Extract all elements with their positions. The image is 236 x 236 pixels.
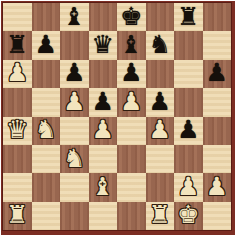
square-d3[interactable]	[89, 145, 118, 173]
square-c4[interactable]	[60, 117, 89, 145]
square-g7[interactable]	[174, 31, 203, 59]
square-f1[interactable]: ♜	[146, 202, 175, 230]
black-pawn: ♟	[35, 32, 57, 57]
square-g4[interactable]: ♟	[174, 117, 203, 145]
square-g1[interactable]: ♚	[174, 202, 203, 230]
square-d7[interactable]: ♛	[89, 31, 118, 59]
square-e7[interactable]: ♝	[117, 31, 146, 59]
square-d5[interactable]: ♟	[89, 88, 118, 116]
white-pawn: ♟	[63, 89, 85, 114]
square-a4[interactable]: ♛	[3, 117, 32, 145]
square-a6[interactable]: ♟	[3, 60, 32, 88]
square-f5[interactable]: ♟	[146, 88, 175, 116]
square-c1[interactable]	[60, 202, 89, 230]
square-e6[interactable]: ♟	[117, 60, 146, 88]
black-pawn: ♟	[177, 117, 199, 142]
black-bishop: ♝	[120, 32, 142, 57]
square-d2[interactable]: ♝	[89, 173, 118, 201]
black-rook: ♜	[177, 4, 199, 29]
white-pawn: ♟	[6, 60, 28, 85]
black-king: ♚	[120, 4, 142, 29]
white-knight: ♞	[35, 117, 57, 142]
square-f6[interactable]	[146, 60, 175, 88]
square-e2[interactable]	[117, 173, 146, 201]
square-c8[interactable]: ♝	[60, 3, 89, 31]
black-queen: ♛	[92, 32, 114, 57]
square-e8[interactable]: ♚	[117, 3, 146, 31]
square-c6[interactable]: ♟	[60, 60, 89, 88]
black-pawn: ♟	[206, 60, 228, 85]
square-f2[interactable]	[146, 173, 175, 201]
white-pawn: ♟	[177, 174, 199, 199]
square-b4[interactable]: ♞	[32, 117, 61, 145]
white-knight: ♞	[63, 146, 85, 171]
white-bishop: ♝	[92, 174, 114, 199]
square-c2[interactable]	[60, 173, 89, 201]
square-b8[interactable]	[32, 3, 61, 31]
square-b2[interactable]	[32, 173, 61, 201]
square-d6[interactable]	[89, 60, 118, 88]
square-c3[interactable]: ♞	[60, 145, 89, 173]
square-a5[interactable]	[3, 88, 32, 116]
chess-board: ♝♚♜♜♟♛♝♞♟♟♟♟♟♟♟♟♛♞♟♟♟♞♝♟♟♜♜♚	[3, 3, 231, 230]
square-d1[interactable]	[89, 202, 118, 230]
square-h3[interactable]	[203, 145, 232, 173]
square-f8[interactable]	[146, 3, 175, 31]
black-bishop: ♝	[63, 4, 85, 29]
square-h8[interactable]	[203, 3, 232, 31]
white-rook: ♜	[149, 202, 171, 227]
square-h2[interactable]: ♟	[203, 173, 232, 201]
black-pawn: ♟	[120, 60, 142, 85]
square-a2[interactable]	[3, 173, 32, 201]
board-frame: ♝♚♜♜♟♛♝♞♟♟♟♟♟♟♟♟♛♞♟♟♟♞♝♟♟♜♜♚	[0, 0, 236, 236]
square-d4[interactable]: ♟	[89, 117, 118, 145]
white-king: ♚	[177, 202, 199, 227]
square-f7[interactable]: ♞	[146, 31, 175, 59]
white-rook: ♜	[6, 202, 28, 227]
black-knight: ♞	[149, 32, 171, 57]
square-h4[interactable]	[203, 117, 232, 145]
square-b1[interactable]	[32, 202, 61, 230]
black-rook: ♜	[6, 32, 28, 57]
black-pawn: ♟	[149, 89, 171, 114]
square-b3[interactable]	[32, 145, 61, 173]
square-e3[interactable]	[117, 145, 146, 173]
white-pawn: ♟	[206, 174, 228, 199]
square-f3[interactable]	[146, 145, 175, 173]
square-g6[interactable]	[174, 60, 203, 88]
square-h5[interactable]	[203, 88, 232, 116]
square-h6[interactable]: ♟	[203, 60, 232, 88]
white-pawn: ♟	[149, 117, 171, 142]
square-b6[interactable]	[32, 60, 61, 88]
square-d8[interactable]	[89, 3, 118, 31]
square-a1[interactable]: ♜	[3, 202, 32, 230]
square-f4[interactable]: ♟	[146, 117, 175, 145]
square-b5[interactable]	[32, 88, 61, 116]
square-c5[interactable]: ♟	[60, 88, 89, 116]
square-g3[interactable]	[174, 145, 203, 173]
square-h7[interactable]	[203, 31, 232, 59]
square-a8[interactable]	[3, 3, 32, 31]
square-e1[interactable]	[117, 202, 146, 230]
square-e5[interactable]: ♟	[117, 88, 146, 116]
square-a7[interactable]: ♜	[3, 31, 32, 59]
square-b7[interactable]: ♟	[32, 31, 61, 59]
white-pawn: ♟	[120, 89, 142, 114]
square-c7[interactable]	[60, 31, 89, 59]
square-h1[interactable]	[203, 202, 232, 230]
square-g5[interactable]	[174, 88, 203, 116]
white-pawn: ♟	[92, 117, 114, 142]
square-g2[interactable]: ♟	[174, 173, 203, 201]
white-queen: ♛	[6, 117, 28, 142]
black-pawn: ♟	[63, 60, 85, 85]
square-e4[interactable]	[117, 117, 146, 145]
square-g8[interactable]: ♜	[174, 3, 203, 31]
black-pawn: ♟	[92, 89, 114, 114]
square-a3[interactable]	[3, 145, 32, 173]
